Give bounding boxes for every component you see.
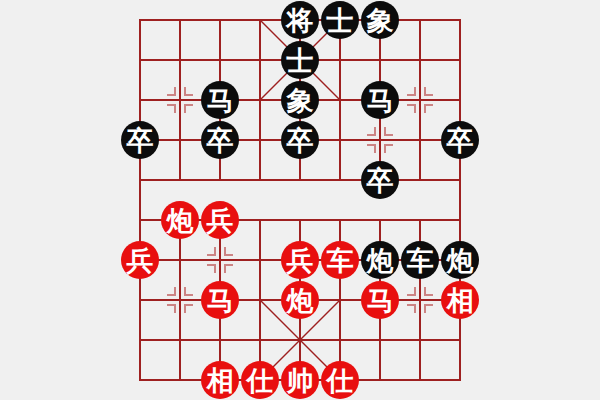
piece-black-cannon[interactable]: 炮 (361, 241, 399, 279)
piece-black-soldier[interactable]: 卒 (201, 121, 239, 159)
piece-black-soldier[interactable]: 卒 (121, 121, 159, 159)
piece-black-horse[interactable]: 马 (201, 81, 239, 119)
piece-black-advisor[interactable]: 士 (281, 41, 319, 79)
piece-red-soldier[interactable]: 兵 (201, 201, 239, 239)
piece-black-soldier[interactable]: 卒 (281, 121, 319, 159)
piece-red-elephant[interactable]: 相 (441, 281, 479, 319)
piece-black-horse[interactable]: 马 (361, 81, 399, 119)
piece-red-horse[interactable]: 马 (201, 281, 239, 319)
piece-black-soldier[interactable]: 卒 (361, 161, 399, 199)
piece-black-elephant[interactable]: 象 (281, 81, 319, 119)
piece-red-cannon[interactable]: 炮 (281, 281, 319, 319)
piece-red-elephant[interactable]: 相 (201, 361, 239, 399)
piece-black-chariot[interactable]: 车 (401, 241, 439, 279)
piece-black-cannon[interactable]: 炮 (441, 241, 479, 279)
piece-red-general[interactable]: 帅 (281, 361, 319, 399)
piece-black-elephant[interactable]: 象 (361, 1, 399, 39)
piece-black-advisor[interactable]: 士 (321, 1, 359, 39)
piece-red-soldier[interactable]: 兵 (281, 241, 319, 279)
piece-black-general[interactable]: 将 (281, 1, 319, 39)
piece-black-soldier[interactable]: 卒 (441, 121, 479, 159)
xiangqi-board: 将士象士马象马卒卒卒卒卒炮兵兵兵车炮车炮马炮马相相仕帅仕 (0, 0, 600, 400)
piece-red-advisor[interactable]: 仕 (241, 361, 279, 399)
piece-red-advisor[interactable]: 仕 (321, 361, 359, 399)
piece-red-soldier[interactable]: 兵 (121, 241, 159, 279)
pieces-layer: 将士象士马象马卒卒卒卒卒炮兵兵兵车炮车炮马炮马相相仕帅仕 (120, 0, 480, 400)
piece-red-horse[interactable]: 马 (361, 281, 399, 319)
piece-red-cannon[interactable]: 炮 (161, 201, 199, 239)
piece-red-chariot[interactable]: 车 (321, 241, 359, 279)
